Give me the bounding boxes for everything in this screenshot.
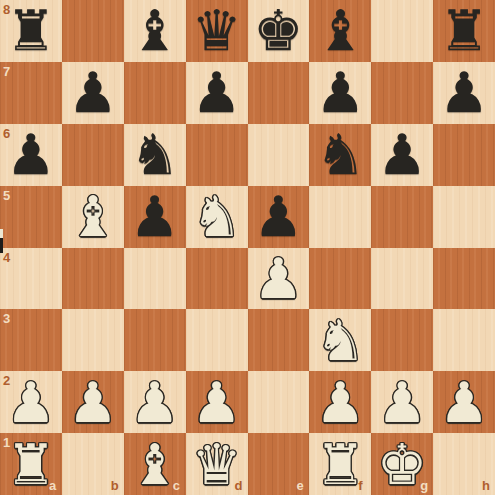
black-king-e8-icon[interactable]: ♚ [253,0,303,61]
square-f5[interactable] [309,186,371,248]
square-a2[interactable]: ♟ [0,371,62,433]
square-c6[interactable]: ♞ [124,124,186,186]
square-b8[interactable] [62,0,124,62]
square-a8[interactable]: ♜ [0,0,62,62]
white-pawn-c2-icon[interactable]: ♟ [130,372,180,433]
black-pawn-h7-icon[interactable]: ♟ [439,62,489,123]
square-f8[interactable]: ♝ [309,0,371,62]
square-e5[interactable]: ♟ [248,186,310,248]
square-g8[interactable] [371,0,433,62]
offboard-piece-fragment [0,229,3,253]
square-f6[interactable]: ♞ [309,124,371,186]
rank-label-5: 5 [3,189,10,202]
black-pawn-d7-icon[interactable]: ♟ [191,62,241,123]
square-h8[interactable]: ♜ [433,0,495,62]
square-c2[interactable]: ♟ [124,371,186,433]
square-g4[interactable] [371,248,433,310]
white-bishop-c1-icon[interactable]: ♝ [130,434,180,495]
square-g6[interactable]: ♟ [371,124,433,186]
white-pawn-d2-icon[interactable]: ♟ [191,372,241,433]
square-h3[interactable] [433,309,495,371]
square-c3[interactable] [124,309,186,371]
file-label-e: e [296,479,303,492]
square-f4[interactable] [309,248,371,310]
black-pawn-a6-icon[interactable]: ♟ [6,124,56,185]
chess-board-container: ♜♝♛♚♝♜♟♟♟♟♟♞♞♟♝♟♞♟♟♞♟♟♟♟♟♟♟♜♝♛♜♚ 8765432… [0,0,495,495]
black-pawn-g6-icon[interactable]: ♟ [377,124,427,185]
black-pawn-b7-icon[interactable]: ♟ [68,62,118,123]
square-g3[interactable] [371,309,433,371]
square-b5[interactable]: ♝ [62,186,124,248]
square-h5[interactable] [433,186,495,248]
black-knight-c6-icon[interactable]: ♞ [130,124,180,185]
rank-label-4: 4 [3,251,10,264]
square-b6[interactable] [62,124,124,186]
white-king-g1-icon[interactable]: ♚ [377,434,427,495]
square-c1[interactable]: ♝ [124,433,186,495]
white-pawn-e4-icon[interactable]: ♟ [253,248,303,309]
square-h6[interactable] [433,124,495,186]
white-queen-d1-icon[interactable]: ♛ [191,434,241,495]
rank-label-7: 7 [3,65,10,78]
square-d6[interactable] [186,124,248,186]
square-f1[interactable]: ♜ [309,433,371,495]
white-pawn-g2-icon[interactable]: ♟ [377,372,427,433]
square-b3[interactable] [62,309,124,371]
square-d1[interactable]: ♛ [186,433,248,495]
square-b2[interactable]: ♟ [62,371,124,433]
square-c5[interactable]: ♟ [124,186,186,248]
black-pawn-e5-icon[interactable]: ♟ [253,186,303,247]
white-pawn-b2-icon[interactable]: ♟ [68,372,118,433]
black-pawn-c5-icon[interactable]: ♟ [130,186,180,247]
square-f2[interactable]: ♟ [309,371,371,433]
square-g2[interactable]: ♟ [371,371,433,433]
white-knight-f3-icon[interactable]: ♞ [315,310,365,371]
square-g1[interactable]: ♚ [371,433,433,495]
black-bishop-c8-icon[interactable]: ♝ [130,0,180,61]
square-d3[interactable] [186,309,248,371]
square-d5[interactable]: ♞ [186,186,248,248]
black-knight-f6-icon[interactable]: ♞ [315,124,365,185]
square-d7[interactable]: ♟ [186,62,248,124]
white-knight-d5-icon[interactable]: ♞ [191,186,241,247]
white-rook-a1-icon[interactable]: ♜ [6,434,56,495]
square-d8[interactable]: ♛ [186,0,248,62]
square-c7[interactable] [124,62,186,124]
square-c4[interactable] [124,248,186,310]
square-e8[interactable]: ♚ [248,0,310,62]
chess-board: ♜♝♛♚♝♜♟♟♟♟♟♞♞♟♝♟♞♟♟♞♟♟♟♟♟♟♟♜♝♛♜♚ [0,0,495,495]
square-f3[interactable]: ♞ [309,309,371,371]
square-e2[interactable] [248,371,310,433]
black-queen-d8-icon[interactable]: ♛ [191,0,241,61]
square-a6[interactable]: ♟ [0,124,62,186]
square-f7[interactable]: ♟ [309,62,371,124]
square-g5[interactable] [371,186,433,248]
square-g7[interactable] [371,62,433,124]
black-rook-h8-icon[interactable]: ♜ [439,0,489,61]
white-pawn-h2-icon[interactable]: ♟ [439,372,489,433]
white-bishop-b5-icon[interactable]: ♝ [68,186,118,247]
white-pawn-f2-icon[interactable]: ♟ [315,372,365,433]
square-b7[interactable]: ♟ [62,62,124,124]
file-label-b: b [111,479,119,492]
square-e7[interactable] [248,62,310,124]
square-h4[interactable] [433,248,495,310]
square-h2[interactable]: ♟ [433,371,495,433]
square-d4[interactable] [186,248,248,310]
square-e4[interactable]: ♟ [248,248,310,310]
square-d2[interactable]: ♟ [186,371,248,433]
rank-label-3: 3 [3,312,10,325]
white-rook-f1-icon[interactable]: ♜ [315,434,365,495]
square-e3[interactable] [248,309,310,371]
square-a1[interactable]: ♜ [0,433,62,495]
square-h7[interactable]: ♟ [433,62,495,124]
black-pawn-f7-icon[interactable]: ♟ [315,62,365,123]
square-b4[interactable] [62,248,124,310]
square-e6[interactable] [248,124,310,186]
file-label-h: h [482,479,490,492]
black-bishop-f8-icon[interactable]: ♝ [315,0,365,61]
black-rook-a8-icon[interactable]: ♜ [6,0,56,61]
square-c8[interactable]: ♝ [124,0,186,62]
white-pawn-a2-icon[interactable]: ♟ [6,372,56,433]
